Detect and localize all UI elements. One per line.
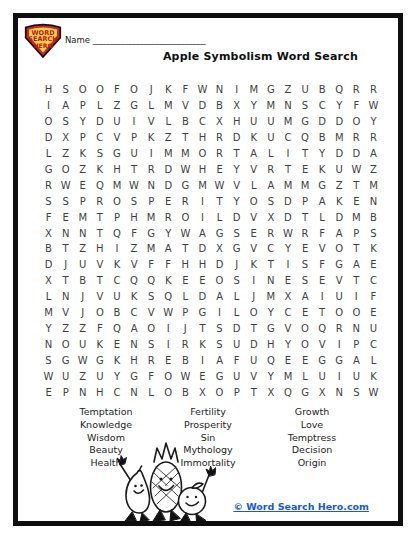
grid-cell-r20c12: P: [228, 384, 245, 400]
grid-cell-r19c3: Z: [74, 368, 91, 384]
grid-cell-r16c10: T: [194, 320, 211, 336]
grid-cell-r15c20: E: [365, 305, 382, 321]
grid-cell-r13c4: T: [91, 273, 108, 289]
grid-cell-r16c14: G: [262, 320, 279, 336]
grid-cell-r12c6: V: [126, 257, 143, 273]
grid-cell-r19c6: G: [126, 368, 143, 384]
grid-cell-r13c20: C: [365, 273, 382, 289]
grid-cell-r20c16: G: [297, 384, 314, 400]
word-list-item: Prosperity: [153, 419, 263, 432]
grid-cell-r20c11: O: [211, 384, 228, 400]
grid-cell-r8c16: P: [297, 193, 314, 209]
grid-cell-r9c19: M: [348, 209, 365, 225]
grid-cell-r5c4: S: [91, 146, 108, 162]
grid-cell-r18c9: B: [177, 352, 194, 368]
grid-cell-r9c8: R: [160, 209, 177, 225]
grid-cell-r8c4: R: [91, 193, 108, 209]
grid-cell-r1c18: Q: [331, 82, 348, 98]
grid-cell-r16c9: J: [177, 320, 194, 336]
word-list-item: Temptation: [51, 406, 161, 419]
grid-cell-r20c10: X: [194, 384, 211, 400]
grid-cell-r16c19: N: [348, 320, 365, 336]
grid-cell-r18c20: L: [365, 352, 382, 368]
grid-cell-r6c5: H: [108, 161, 125, 177]
grid-cell-r13c9: E: [177, 273, 194, 289]
grid-cell-r15c7: V: [143, 305, 160, 321]
grid-cell-r10c17: F: [314, 225, 331, 241]
grid-cell-r3c17: D: [314, 114, 331, 130]
grid-cell-r4c19: R: [348, 130, 365, 146]
grid-cell-r5c16: T: [297, 146, 314, 162]
grid-cell-r16c2: Z: [57, 320, 74, 336]
grid-cell-r15c2: V: [57, 305, 74, 321]
page-title: Apple Symbolism Word Search: [163, 50, 358, 63]
grid-cell-r3c2: S: [57, 114, 74, 130]
grid-cell-r11c11: X: [211, 241, 228, 257]
grid-cell-r4c9: T: [177, 130, 194, 146]
grid-cell-r3c9: B: [177, 114, 194, 130]
grid-cell-r3c14: U: [262, 114, 279, 130]
grid-cell-r1c4: O: [91, 82, 108, 98]
grid-cell-r3c8: L: [160, 114, 177, 130]
grid-cell-r7c1: R: [40, 177, 57, 193]
grid-cell-r18c6: H: [126, 352, 143, 368]
grid-cell-r20c20: W: [365, 384, 382, 400]
grid-cell-r17c12: U: [228, 336, 245, 352]
grid-cell-r5c20: A: [365, 146, 382, 162]
grid-cell-r10c18: A: [331, 225, 348, 241]
grid-cell-r8c18: K: [331, 193, 348, 209]
grid-cell-r15c8: W: [160, 305, 177, 321]
grid-cell-r3c3: Y: [74, 114, 91, 130]
grid-cell-r3c20: Y: [365, 114, 382, 130]
grid-cell-r7c13: L: [245, 177, 262, 193]
grid-cell-r18c3: W: [74, 352, 91, 368]
grid-cell-r4c5: V: [108, 130, 125, 146]
grid-cell-r3c4: D: [91, 114, 108, 130]
grid-cell-r19c11: G: [211, 368, 228, 384]
grid-cell-r15c9: P: [177, 305, 194, 321]
grid-cell-r8c12: Y: [228, 193, 245, 209]
grid-cell-r17c5: E: [108, 336, 125, 352]
grid-cell-r6c19: W: [348, 161, 365, 177]
grid-cell-r2c11: B: [211, 98, 228, 114]
grid-cell-r16c13: T: [245, 320, 262, 336]
grid-cell-r10c13: E: [245, 225, 262, 241]
worksheet-page: WORD SEARCH HERO Name __________________…: [13, 13, 403, 526]
grid-cell-r20c3: N: [74, 384, 91, 400]
grid-cell-r20c4: H: [91, 384, 108, 400]
grid-cell-r13c13: I: [245, 273, 262, 289]
grid-cell-r1c16: U: [297, 82, 314, 98]
grid-cell-r16c11: S: [211, 320, 228, 336]
grid-cell-r15c15: C: [279, 305, 296, 321]
grid-cell-r12c9: H: [177, 257, 194, 273]
grid-cell-r8c7: P: [143, 193, 160, 209]
grid-cell-r5c5: G: [108, 146, 125, 162]
grid-cell-r8c15: D: [279, 193, 296, 209]
grid-cell-r14c16: A: [297, 289, 314, 305]
grid-cell-r20c1: E: [40, 384, 57, 400]
grid-cell-r15c3: J: [74, 305, 91, 321]
grid-cell-r5c17: Y: [314, 146, 331, 162]
grid-cell-r11c2: T: [57, 241, 74, 257]
grid-cell-r12c2: J: [57, 257, 74, 273]
grid-cell-r13c14: N: [262, 273, 279, 289]
grid-cell-r4c10: H: [194, 130, 211, 146]
grid-cell-r14c13: J: [245, 289, 262, 305]
grid-cell-r12c8: F: [160, 257, 177, 273]
grid-cell-r4c15: C: [279, 130, 296, 146]
grid-cell-r10c19: P: [348, 225, 365, 241]
grid-cell-r17c14: H: [262, 336, 279, 352]
grid-cell-r11c9: T: [177, 241, 194, 257]
grid-cell-r1c13: M: [245, 82, 262, 98]
grid-cell-r5c19: D: [348, 146, 365, 162]
grid-cell-r16c8: I: [160, 320, 177, 336]
grid-cell-r7c10: M: [194, 177, 211, 193]
grid-cell-r11c20: K: [365, 241, 382, 257]
grid-cell-r20c9: B: [177, 384, 194, 400]
grid-cell-r2c9: V: [177, 98, 194, 114]
grid-cell-r3c15: M: [279, 114, 296, 130]
grid-cell-r6c2: O: [57, 161, 74, 177]
grid-cell-r7c18: Z: [331, 177, 348, 193]
grid-cell-r11c5: I: [108, 241, 125, 257]
grid-cell-r19c18: I: [331, 368, 348, 384]
grid-cell-r15c12: L: [228, 305, 245, 321]
grid-cell-r12c5: K: [108, 257, 125, 273]
pear-arm: [120, 464, 131, 481]
grid-cell-r2c19: F: [348, 98, 365, 114]
grid-cell-r16c15: V: [279, 320, 296, 336]
grid-cell-r20c13: T: [245, 384, 262, 400]
grid-cell-r17c8: I: [160, 336, 177, 352]
grid-cell-r16c5: Q: [108, 320, 125, 336]
grid-cell-r7c17: G: [314, 177, 331, 193]
grid-cell-r4c16: Q: [297, 130, 314, 146]
grid-cell-r9c2: E: [57, 209, 74, 225]
grid-cell-r17c20: C: [365, 336, 382, 352]
grid-cell-r12c7: F: [143, 257, 160, 273]
pineapple-crown: [154, 443, 178, 462]
grid-cell-r13c18: V: [331, 273, 348, 289]
grid-cell-r8c2: S: [57, 193, 74, 209]
grid-cell-r17c3: U: [74, 336, 91, 352]
grid-cell-r4c13: K: [245, 130, 262, 146]
grid-cell-r9c10: I: [194, 209, 211, 225]
grid-cell-r19c2: U: [57, 368, 74, 384]
grid-cell-r20c6: N: [126, 384, 143, 400]
grid-cell-r2c3: P: [74, 98, 91, 114]
grid-cell-r6c16: E: [297, 161, 314, 177]
grid-cell-r10c12: S: [228, 225, 245, 241]
grid-cell-r11c17: V: [314, 241, 331, 257]
grid-cell-r15c17: T: [314, 305, 331, 321]
grid-cell-r20c14: X: [262, 384, 279, 400]
grid-cell-r5c6: U: [126, 146, 143, 162]
grid-cell-r14c4: V: [91, 289, 108, 305]
grid-cell-r2c4: L: [91, 98, 108, 114]
grid-cell-r9c17: L: [314, 209, 331, 225]
orange-glove-icon: [206, 466, 216, 476]
grid-cell-r2c13: Y: [245, 98, 262, 114]
grid-cell-r9c16: T: [297, 209, 314, 225]
grid-cell-r15c14: Y: [262, 305, 279, 321]
grid-cell-r12c12: J: [228, 257, 245, 273]
grid-cell-r11c10: D: [194, 241, 211, 257]
grid-cell-r10c5: Q: [108, 225, 125, 241]
name-label: Name: [65, 35, 90, 45]
grid-cell-r13c11: O: [211, 273, 228, 289]
grid-cell-r11c16: E: [297, 241, 314, 257]
grid-cell-r18c5: K: [108, 352, 125, 368]
grid-cell-r14c6: K: [126, 289, 143, 305]
grid-cell-r14c3: J: [74, 289, 91, 305]
word-search-hero-logo: WORD SEARCH HERO: [21, 19, 65, 61]
grid-cell-r8c10: I: [194, 193, 211, 209]
grid-cell-r18c13: U: [245, 352, 262, 368]
grid-cell-r15c5: B: [108, 305, 125, 321]
grid-cell-r13c3: B: [74, 273, 91, 289]
word-list-item: Love: [257, 419, 367, 432]
grid-cell-r18c11: A: [211, 352, 228, 368]
grid-cell-r9c4: T: [91, 209, 108, 225]
grid-cell-r7c19: T: [348, 177, 365, 193]
grid-cell-r10c8: Y: [160, 225, 177, 241]
grid-cell-r2c18: Y: [331, 98, 348, 114]
grid-cell-r15c18: O: [331, 305, 348, 321]
word-list-column-3: GrowthLoveTemptressDecisionOrigin: [257, 406, 367, 470]
grid-cell-r14c14: M: [262, 289, 279, 305]
grid-cell-r2c17: C: [314, 98, 331, 114]
grid-cell-r17c13: D: [245, 336, 262, 352]
grid-cell-r2c5: Z: [108, 98, 125, 114]
grid-cell-r12c19: A: [348, 257, 365, 273]
grid-cell-r17c9: R: [177, 336, 194, 352]
grid-cell-r17c1: N: [40, 336, 57, 352]
grid-cell-r19c4: U: [91, 368, 108, 384]
word-list-item: Origin: [257, 457, 367, 470]
grid-cell-r13c15: E: [279, 273, 296, 289]
grid-cell-r11c6: Z: [126, 241, 143, 257]
grid-cell-r17c19: P: [348, 336, 365, 352]
grid-cell-r2c20: W: [365, 98, 382, 114]
grid-cell-r18c15: E: [279, 352, 296, 368]
word-search-hero-link[interactable]: © Word Search Hero.com: [233, 501, 369, 512]
grid-cell-r1c8: K: [160, 82, 177, 98]
grid-cell-r6c8: D: [160, 161, 177, 177]
grid-cell-r19c10: E: [194, 368, 211, 384]
grid-cell-r10c2: N: [57, 225, 74, 241]
grid-cell-r14c2: N: [57, 289, 74, 305]
grid-cell-r6c4: K: [91, 161, 108, 177]
grid-cell-r16c3: Z: [74, 320, 91, 336]
grid-cell-r4c8: Z: [160, 130, 177, 146]
grid-cell-r3c10: C: [194, 114, 211, 130]
grid-cell-r19c12: U: [228, 368, 245, 384]
word-list-item: Growth: [257, 406, 367, 419]
grid-cell-r18c1: S: [40, 352, 57, 368]
word-list-item: Decision: [257, 444, 367, 457]
grid-cell-r19c1: W: [40, 368, 57, 384]
grid-cell-r1c2: S: [57, 82, 74, 98]
grid-cell-r19c19: U: [348, 368, 365, 384]
grid-cell-r18c2: G: [57, 352, 74, 368]
grid-cell-r8c8: E: [160, 193, 177, 209]
grid-cell-r3c1: O: [40, 114, 57, 130]
fruit-characters-illustration: [116, 438, 216, 526]
grid-cell-r1c6: O: [126, 82, 143, 98]
grid-cell-r9c12: D: [228, 209, 245, 225]
grid-cell-r14c17: I: [314, 289, 331, 305]
grid-cell-r10c11: G: [211, 225, 228, 241]
grid-cell-r1c11: N: [211, 82, 228, 98]
grid-cell-r13c16: S: [297, 273, 314, 289]
grid-cell-r9c15: D: [279, 209, 296, 225]
grid-cell-r12c16: S: [297, 257, 314, 273]
grid-cell-r7c20: M: [365, 177, 382, 193]
grid-cell-r5c12: T: [228, 146, 245, 162]
grid-cell-r14c8: Q: [160, 289, 177, 305]
grid-cell-r12c11: D: [211, 257, 228, 273]
grid-cell-r12c4: V: [91, 257, 108, 273]
grid-cell-r14c12: L: [228, 289, 245, 305]
grid-cell-r2c8: M: [160, 98, 177, 114]
grid-cell-r11c15: Y: [279, 241, 296, 257]
logo-hero-line: HERO: [33, 42, 52, 49]
grid-cell-r13c8: K: [160, 273, 177, 289]
grid-cell-r2c16: S: [297, 98, 314, 114]
grid-cell-r12c14: T: [262, 257, 279, 273]
grid-cell-r1c20: R: [365, 82, 382, 98]
grid-cell-r13c17: E: [314, 273, 331, 289]
grid-cell-r7c3: E: [74, 177, 91, 193]
grid-cell-r9c7: M: [143, 209, 160, 225]
grid-cell-r2c1: I: [40, 98, 57, 114]
grid-cell-r7c12: V: [228, 177, 245, 193]
grid-cell-r17c4: K: [91, 336, 108, 352]
grid-cell-r3c16: G: [297, 114, 314, 130]
grid-cell-r19c8: O: [160, 368, 177, 384]
grid-cell-r10c3: N: [74, 225, 91, 241]
grid-cell-r8c1: S: [40, 193, 57, 209]
grid-cell-r5c10: O: [194, 146, 211, 162]
grid-cell-r5c18: D: [331, 146, 348, 162]
grid-cell-r17c6: N: [126, 336, 143, 352]
grid-cell-r5c9: M: [177, 146, 194, 162]
grid-cell-r8c11: T: [211, 193, 228, 209]
grid-cell-r3c6: I: [126, 114, 143, 130]
word-list-item: Temptress: [257, 432, 367, 445]
grid-cell-r16c6: A: [126, 320, 143, 336]
grid-cell-r9c1: F: [40, 209, 57, 225]
grid-cell-r7c15: M: [279, 177, 296, 193]
grid-cell-r7c4: Q: [91, 177, 108, 193]
grid-cell-r6c11: E: [211, 161, 228, 177]
grid-cell-r4c18: M: [331, 130, 348, 146]
grid-cell-r16c20: U: [365, 320, 382, 336]
grid-cell-r5c11: R: [211, 146, 228, 162]
grid-cell-r19c14: Y: [262, 368, 279, 384]
grid-cell-r12c20: E: [365, 257, 382, 273]
grid-cell-r5c8: M: [160, 146, 177, 162]
grid-cell-r12c17: F: [314, 257, 331, 273]
grid-cell-r12c1: D: [40, 257, 57, 273]
grid-cell-r7c2: W: [57, 177, 74, 193]
grid-cell-r10c9: W: [177, 225, 194, 241]
grid-cell-r17c16: O: [297, 336, 314, 352]
grid-cell-r6c3: Z: [74, 161, 91, 177]
grid-cell-r14c11: A: [211, 289, 228, 305]
grid-cell-r20c19: S: [348, 384, 365, 400]
grid-cell-r9c5: P: [108, 209, 125, 225]
grid-cell-r11c12: G: [228, 241, 245, 257]
grid-cell-r1c17: B: [314, 82, 331, 98]
grid-cell-r6c20: Z: [365, 161, 382, 177]
grid-cell-r9c9: O: [177, 209, 194, 225]
grid-cell-r1c1: H: [40, 82, 57, 98]
grid-cell-r11c8: A: [160, 241, 177, 257]
grid-cell-r19c5: Y: [108, 368, 125, 384]
grid-cell-r14c20: F: [365, 289, 382, 305]
word-list-item: Knowledge: [51, 419, 161, 432]
grid-cell-r3c7: V: [143, 114, 160, 130]
grid-cell-r10c15: W: [279, 225, 296, 241]
grid-cell-r11c19: T: [348, 241, 365, 257]
grid-cell-r14c10: D: [194, 289, 211, 305]
grid-cell-r9c14: X: [262, 209, 279, 225]
grid-cell-r13c5: C: [108, 273, 125, 289]
grid-cell-r6c15: T: [279, 161, 296, 177]
grid-cell-r7c11: W: [211, 177, 228, 193]
grid-cell-r19c20: K: [365, 368, 382, 384]
grid-cell-r4c3: P: [74, 130, 91, 146]
grid-cell-r20c2: P: [57, 384, 74, 400]
grid-cell-r17c2: O: [57, 336, 74, 352]
grid-cell-r11c4: H: [91, 241, 108, 257]
grid-cell-r11c7: M: [143, 241, 160, 257]
grid-cell-r18c19: A: [348, 352, 365, 368]
grid-cell-r14c15: X: [279, 289, 296, 305]
grid-cell-r11c13: V: [245, 241, 262, 257]
grid-cell-r16c4: F: [91, 320, 108, 336]
grid-cell-r2c6: G: [126, 98, 143, 114]
grid-cell-r5c1: L: [40, 146, 57, 162]
grid-cell-r8c13: O: [245, 193, 262, 209]
grid-cell-r16c16: O: [297, 320, 314, 336]
grid-cell-r4c12: D: [228, 130, 245, 146]
grid-cell-r17c15: Y: [279, 336, 296, 352]
grid-cell-r1c10: W: [194, 82, 211, 98]
grid-cell-r5c3: K: [74, 146, 91, 162]
grid-cell-r10c1: X: [40, 225, 57, 241]
grid-cell-r18c14: Q: [262, 352, 279, 368]
grid-cell-r8c3: P: [74, 193, 91, 209]
grid-cell-r14c18: U: [331, 289, 348, 305]
grid-cell-r20c15: Q: [279, 384, 296, 400]
grid-cell-r17c17: V: [314, 336, 331, 352]
grid-cell-r1c9: F: [177, 82, 194, 98]
grid-cell-r8c19: E: [348, 193, 365, 209]
grid-cell-r9c3: M: [74, 209, 91, 225]
grid-cell-r5c7: I: [143, 146, 160, 162]
grid-cell-r7c8: D: [160, 177, 177, 193]
grid-cell-r8c6: S: [126, 193, 143, 209]
grid-cell-r11c1: B: [40, 241, 57, 257]
grid-cell-r7c5: M: [108, 177, 125, 193]
grid-cell-r8c9: R: [177, 193, 194, 209]
